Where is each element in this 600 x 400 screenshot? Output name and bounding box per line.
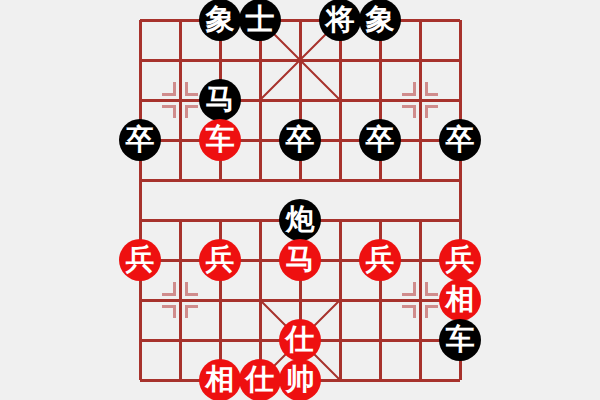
piece-black-horse[interactable]: 马 [200,80,240,120]
piece-disc: 卒 [359,119,401,161]
piece-glyph: 士 [246,5,275,34]
piece-glyph: 马 [206,85,235,114]
piece-red-soldier[interactable]: 兵 [120,240,160,280]
piece-layer: 象士将象马卒车卒卒卒炮兵兵马兵兵相仕车相仕帅 [120,0,480,400]
piece-disc: 士 [239,0,281,41]
piece-glyph: 仕 [286,325,315,354]
piece-disc: 卒 [439,119,481,161]
piece-glyph: 帅 [286,365,315,394]
piece-glyph: 相 [446,285,475,314]
piece-disc: 帅 [279,359,321,400]
piece-glyph: 兵 [366,245,395,274]
piece-red-soldier[interactable]: 兵 [360,240,400,280]
piece-disc: 象 [199,0,241,41]
piece-glyph: 兵 [126,245,155,274]
piece-glyph: 炮 [286,205,315,234]
piece-black-general[interactable]: 将 [320,0,360,40]
piece-disc: 象 [359,0,401,41]
piece-red-elephant[interactable]: 相 [200,360,240,400]
piece-disc: 兵 [119,239,161,281]
piece-black-elephant[interactable]: 象 [200,0,240,40]
piece-glyph: 卒 [286,125,315,154]
piece-glyph: 兵 [446,245,475,274]
piece-disc: 相 [199,359,241,400]
piece-red-soldier[interactable]: 兵 [440,240,480,280]
piece-glyph: 象 [206,5,235,34]
piece-disc: 相 [439,279,481,321]
piece-disc: 马 [279,239,321,281]
piece-disc: 仕 [279,319,321,361]
piece-disc: 马 [199,79,241,121]
piece-disc: 卒 [119,119,161,161]
piece-disc: 车 [199,119,241,161]
piece-black-cannon[interactable]: 炮 [280,200,320,240]
piece-red-general[interactable]: 帅 [280,360,320,400]
piece-red-chariot[interactable]: 车 [200,120,240,160]
piece-black-soldier[interactable]: 卒 [440,120,480,160]
piece-glyph: 兵 [206,245,235,274]
piece-glyph: 卒 [366,125,395,154]
piece-disc: 将 [319,0,361,41]
piece-disc: 车 [439,319,481,361]
piece-black-chariot[interactable]: 车 [440,320,480,360]
piece-disc: 兵 [359,239,401,281]
piece-red-advisor[interactable]: 仕 [280,320,320,360]
piece-black-elephant[interactable]: 象 [360,0,400,40]
piece-glyph: 相 [206,365,235,394]
piece-red-horse[interactable]: 马 [280,240,320,280]
piece-black-soldier[interactable]: 卒 [360,120,400,160]
piece-disc: 卒 [279,119,321,161]
piece-red-advisor[interactable]: 仕 [240,360,280,400]
piece-glyph: 车 [446,325,475,354]
piece-glyph: 将 [326,5,355,34]
piece-glyph: 象 [366,5,395,34]
piece-disc: 仕 [239,359,281,400]
xiangqi-board: 象士将象马卒车卒卒卒炮兵兵马兵兵相仕车相仕帅 [0,0,600,400]
piece-glyph: 仕 [246,365,275,394]
piece-glyph: 卒 [446,125,475,154]
piece-disc: 炮 [279,199,321,241]
piece-black-advisor[interactable]: 士 [240,0,280,40]
piece-red-elephant[interactable]: 相 [440,280,480,320]
piece-disc: 兵 [199,239,241,281]
piece-red-soldier[interactable]: 兵 [200,240,240,280]
piece-glyph: 卒 [126,125,155,154]
piece-glyph: 马 [286,245,315,274]
piece-glyph: 车 [206,125,235,154]
piece-black-soldier[interactable]: 卒 [280,120,320,160]
piece-disc: 兵 [439,239,481,281]
piece-black-soldier[interactable]: 卒 [120,120,160,160]
